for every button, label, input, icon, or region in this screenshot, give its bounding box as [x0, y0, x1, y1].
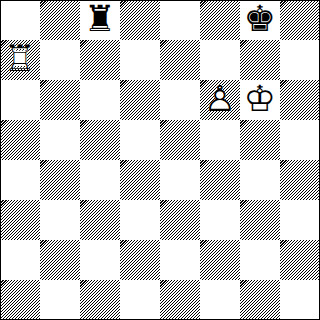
square-h5[interactable] — [280, 120, 320, 160]
white-pawn[interactable]: ♟♙ — [200, 80, 240, 120]
square-a1[interactable] — [0, 280, 40, 320]
square-d4[interactable] — [120, 160, 160, 200]
black-rook[interactable]: ♜ — [80, 0, 120, 40]
square-f6[interactable]: ♟♙ — [200, 80, 240, 120]
square-a3[interactable] — [0, 200, 40, 240]
square-e6[interactable] — [160, 80, 200, 120]
square-a4[interactable] — [0, 160, 40, 200]
square-d6[interactable] — [120, 80, 160, 120]
square-e1[interactable] — [160, 280, 200, 320]
square-d3[interactable] — [120, 200, 160, 240]
square-f5[interactable] — [200, 120, 240, 160]
white-pawn-outline: ♙ — [200, 79, 240, 119]
square-c2[interactable] — [80, 240, 120, 280]
black-king-glyph: ♚ — [240, 0, 280, 39]
square-b6[interactable] — [40, 80, 80, 120]
square-c4[interactable] — [80, 160, 120, 200]
square-h8[interactable] — [280, 0, 320, 40]
square-h1[interactable] — [280, 280, 320, 320]
square-a6[interactable] — [0, 80, 40, 120]
white-rook-outline: ♖ — [0, 39, 40, 79]
square-g3[interactable] — [240, 200, 280, 240]
square-g1[interactable] — [240, 280, 280, 320]
square-e5[interactable] — [160, 120, 200, 160]
square-b5[interactable] — [40, 120, 80, 160]
square-h2[interactable] — [280, 240, 320, 280]
square-c8[interactable]: ♜ — [80, 0, 120, 40]
black-king[interactable]: ♚ — [240, 0, 280, 40]
black-rook-glyph: ♜ — [80, 0, 120, 39]
square-f3[interactable] — [200, 200, 240, 240]
square-b4[interactable] — [40, 160, 80, 200]
square-c7[interactable] — [80, 40, 120, 80]
square-g8[interactable]: ♚ — [240, 0, 280, 40]
square-g6[interactable]: ♚♔ — [240, 80, 280, 120]
square-a5[interactable] — [0, 120, 40, 160]
square-g5[interactable] — [240, 120, 280, 160]
square-h6[interactable] — [280, 80, 320, 120]
square-b2[interactable] — [40, 240, 80, 280]
square-e7[interactable] — [160, 40, 200, 80]
square-d1[interactable] — [120, 280, 160, 320]
square-f4[interactable] — [200, 160, 240, 200]
square-g2[interactable] — [240, 240, 280, 280]
square-b8[interactable] — [40, 0, 80, 40]
square-h3[interactable] — [280, 200, 320, 240]
square-a2[interactable] — [0, 240, 40, 280]
square-a8[interactable] — [0, 0, 40, 40]
square-d2[interactable] — [120, 240, 160, 280]
square-c3[interactable] — [80, 200, 120, 240]
square-g4[interactable] — [240, 160, 280, 200]
square-e4[interactable] — [160, 160, 200, 200]
square-a7[interactable]: ♜♖ — [0, 40, 40, 80]
white-king[interactable]: ♚♔ — [240, 80, 280, 120]
square-f1[interactable] — [200, 280, 240, 320]
square-h4[interactable] — [280, 160, 320, 200]
white-king-outline: ♔ — [240, 79, 280, 119]
square-b3[interactable] — [40, 200, 80, 240]
square-d5[interactable] — [120, 120, 160, 160]
square-b1[interactable] — [40, 280, 80, 320]
square-c5[interactable] — [80, 120, 120, 160]
chess-board: ♜♚♜♖♟♙♚♔ — [0, 0, 320, 320]
square-f7[interactable] — [200, 40, 240, 80]
square-d7[interactable] — [120, 40, 160, 80]
square-h7[interactable] — [280, 40, 320, 80]
square-c6[interactable] — [80, 80, 120, 120]
square-e2[interactable] — [160, 240, 200, 280]
square-d8[interactable] — [120, 0, 160, 40]
square-f8[interactable] — [200, 0, 240, 40]
square-f2[interactable] — [200, 240, 240, 280]
square-e8[interactable] — [160, 0, 200, 40]
square-b7[interactable] — [40, 40, 80, 80]
white-rook[interactable]: ♜♖ — [0, 40, 40, 80]
square-g7[interactable] — [240, 40, 280, 80]
square-c1[interactable] — [80, 280, 120, 320]
square-e3[interactable] — [160, 200, 200, 240]
